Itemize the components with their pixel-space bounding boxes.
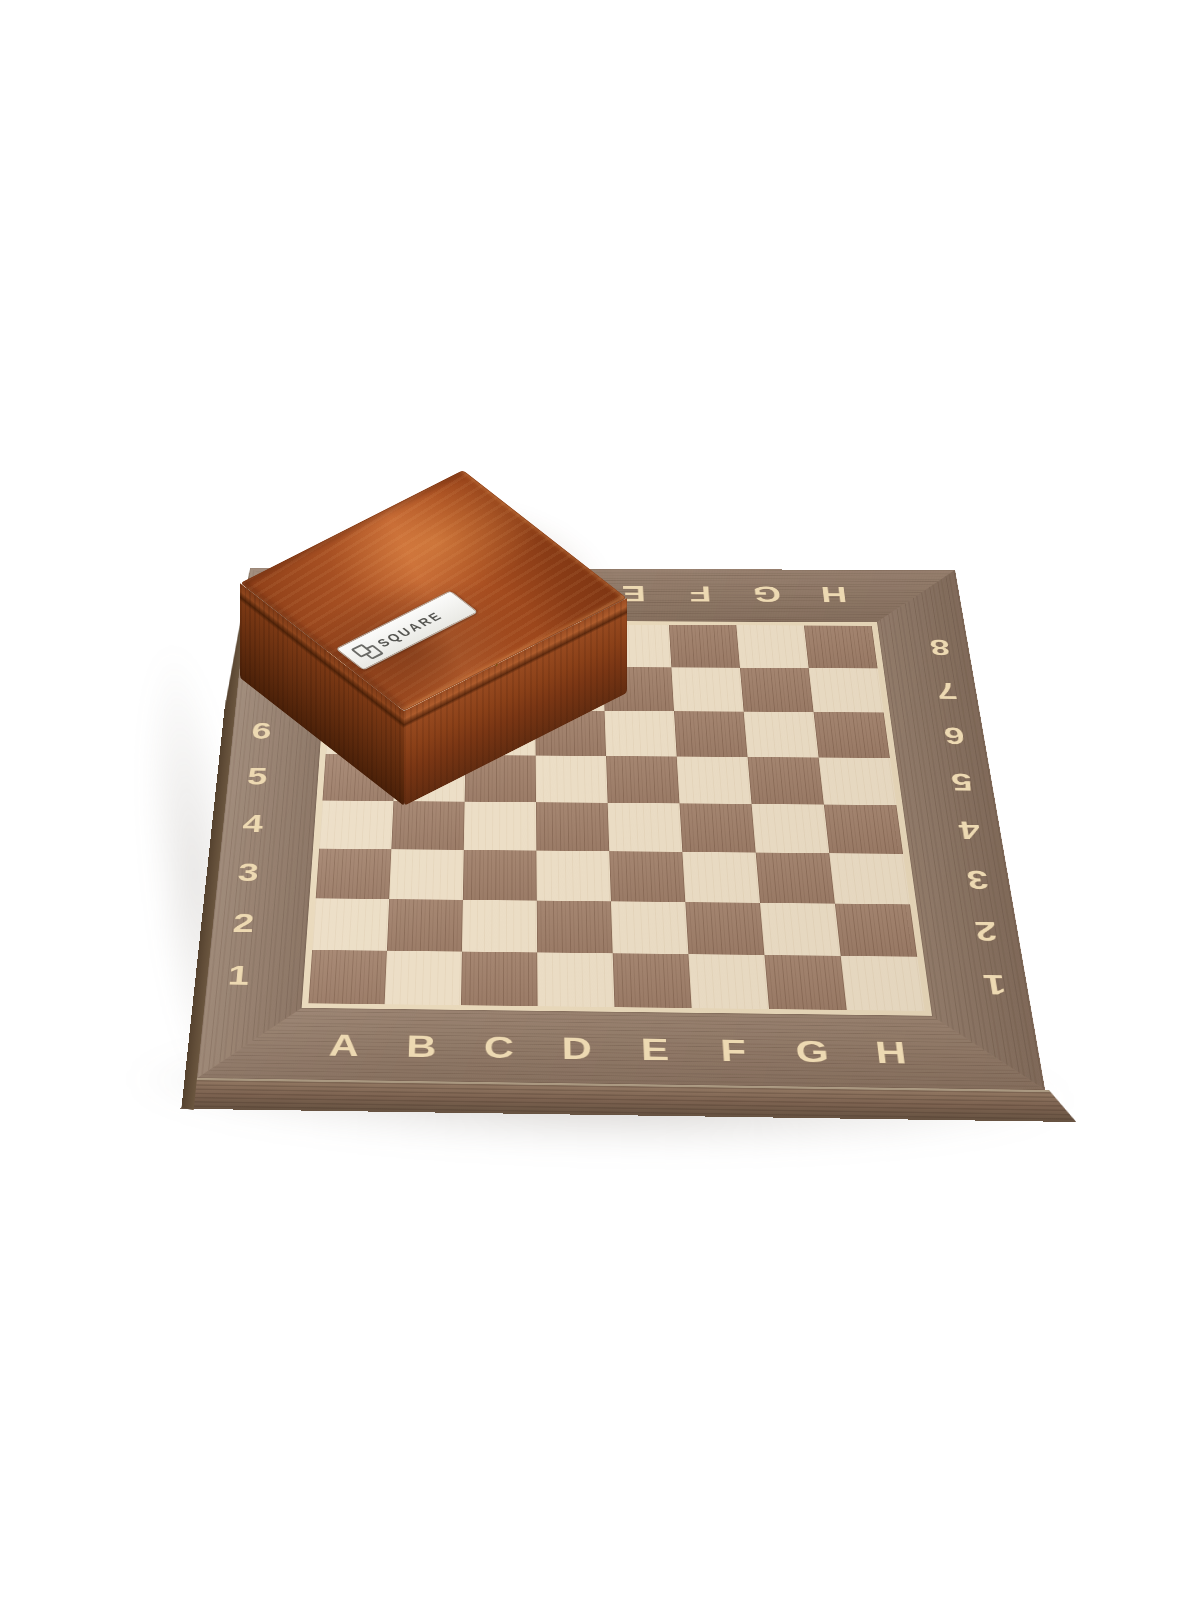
square-g1 [764,955,846,1010]
square-d2 [537,901,613,954]
square-f5 [677,757,752,804]
rank-label-8-right: 8 [928,636,951,658]
square-f7 [671,667,743,711]
square-a1 [308,950,386,1004]
file-label-b-bottom: B [406,1031,437,1062]
square-b1 [385,951,462,1005]
rank-label-2-left: 2 [232,910,255,937]
square-g7 [740,668,814,712]
square-e1 [613,953,692,1008]
square-c4 [464,802,537,851]
file-label-h-top: H [820,583,849,605]
rank-label-5-left: 5 [246,765,268,789]
square-h1 [841,956,925,1011]
square-f3 [682,852,760,903]
file-label-d-bottom: D [562,1033,593,1064]
file-label-e-bottom: E [640,1034,669,1065]
square-f2 [685,902,764,955]
square-g6 [744,712,819,758]
square-e5 [606,756,679,803]
file-label-f-top: F [689,583,712,605]
square-d3 [536,851,611,902]
square-d5 [536,756,608,803]
rank-label-2-right: 2 [973,918,999,945]
square-g2 [760,903,841,956]
file-label-g-bottom: G [794,1036,830,1067]
rank-label-4-right: 4 [957,817,982,842]
square-f1 [688,954,769,1009]
rank-label-3-left: 3 [237,860,260,886]
rank-label-5-right: 5 [950,770,975,794]
square-d1 [537,952,614,1007]
rank-label-1-right: 1 [981,970,1008,998]
square-f8 [669,625,740,668]
square-b4 [391,801,464,850]
square-b2 [387,899,463,951]
rank-label-1-left: 1 [227,962,251,990]
brand-label-text: SQUARE [374,609,445,648]
square-e4 [608,803,683,852]
square-e3 [609,851,685,902]
file-label-h-bottom: H [874,1037,908,1068]
square-d4 [536,802,609,851]
rank-label-3-right: 3 [965,867,991,893]
square-a3 [316,849,392,899]
brand-label: SQUARE [335,590,478,670]
square-c3 [463,850,537,901]
square-h2 [835,904,917,957]
file-label-a-bottom: A [328,1030,360,1060]
square-h5 [819,758,897,806]
square-h6 [814,712,890,758]
square-g5 [748,757,824,805]
square-a2 [312,898,389,950]
square-h8 [804,626,878,669]
square-c2 [462,900,537,953]
square-a4 [319,801,393,850]
square-h4 [824,805,903,854]
file-label-c-bottom: C [484,1032,514,1063]
product-photo-scene: AABBCCDDEEFFGGHH1122334455667788 SQUARE [0,0,1200,1600]
rank-label-4-left: 4 [242,811,265,836]
square-e6 [605,711,677,757]
file-label-g-top: G [752,583,782,605]
rank-label-7-right: 7 [935,679,959,702]
square-e2 [611,901,688,954]
square-g4 [752,804,830,853]
square-g8 [736,625,808,668]
square-f6 [674,711,748,757]
square-h7 [809,668,884,712]
rank-label-6-right: 6 [942,724,966,747]
rank-label-6-left: 6 [251,720,273,743]
square-b3 [389,849,464,900]
square-g3 [756,853,835,904]
file-label-f-bottom: F [719,1035,747,1066]
square-h3 [829,853,910,904]
brand-logo-icon [351,642,381,661]
square-c1 [461,952,538,1007]
square-f4 [679,803,755,852]
